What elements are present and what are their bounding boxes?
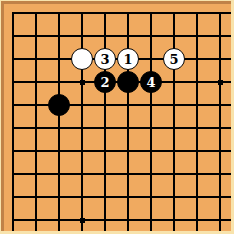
- stone-move-number: 2: [100, 76, 109, 89]
- black-stone: [48, 94, 70, 116]
- black-stone-move-4: 4: [140, 71, 162, 93]
- white-stone: [71, 48, 93, 70]
- go-diagram: 31524: [0, 0, 234, 234]
- black-stone-move-2: 2: [94, 71, 116, 93]
- stone-layer: 31524: [0, 0, 234, 234]
- white-stone-move-5: 5: [163, 48, 185, 70]
- stone-move-number: 3: [100, 53, 109, 66]
- stone-move-number: 1: [123, 53, 132, 66]
- white-stone-move-3: 3: [94, 48, 116, 70]
- white-stone-move-1: 1: [117, 48, 139, 70]
- black-stone: [117, 71, 139, 93]
- stone-move-number: 5: [169, 53, 178, 66]
- stone-move-number: 4: [146, 76, 155, 89]
